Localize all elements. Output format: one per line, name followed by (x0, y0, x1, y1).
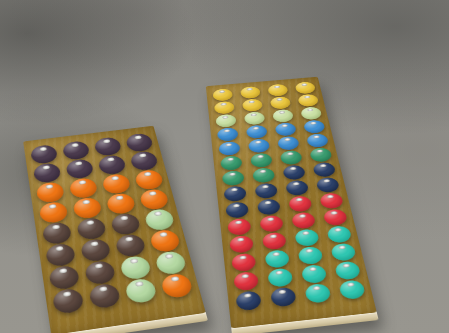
bead-pale-green[interactable] (300, 106, 322, 120)
bead-yellow[interactable] (294, 81, 316, 94)
bead-turquoise[interactable] (300, 264, 327, 284)
bead-red[interactable] (233, 271, 259, 291)
bead-navy-blue[interactable] (254, 183, 278, 200)
bead-dark-brown[interactable] (88, 282, 121, 309)
bead-mint-green[interactable] (119, 255, 152, 281)
bead-dark-purple[interactable] (97, 154, 127, 175)
bead-red[interactable] (322, 209, 348, 227)
bead-sea-green[interactable] (309, 147, 333, 162)
bead-dark-brown[interactable] (114, 233, 146, 258)
bead-dark-brown[interactable] (48, 264, 80, 290)
bead-turquoise[interactable] (330, 243, 357, 262)
bead-navy-blue[interactable] (312, 162, 336, 178)
bead-dark-purple[interactable] (65, 158, 94, 179)
bead-orange[interactable] (139, 188, 170, 211)
bead-blue[interactable] (303, 120, 326, 134)
right-board-grid (206, 80, 373, 312)
bead-blue[interactable] (277, 136, 300, 151)
bead-red[interactable] (229, 235, 254, 254)
bead-dark-purple[interactable] (129, 150, 159, 171)
bead-orange[interactable] (69, 177, 99, 199)
bead-turquoise[interactable] (294, 228, 320, 246)
bead-dark-purple[interactable] (125, 132, 154, 152)
bead-red[interactable] (288, 195, 313, 212)
bead-red[interactable] (227, 218, 251, 236)
bead-dark-brown[interactable] (110, 212, 141, 236)
bead-yellow[interactable] (240, 86, 261, 99)
bead-turquoise[interactable] (304, 283, 331, 304)
bead-turquoise[interactable] (334, 261, 361, 281)
bead-blue[interactable] (274, 122, 296, 136)
bead-yellow[interactable] (297, 94, 319, 107)
bead-red[interactable] (231, 253, 256, 272)
bead-turquoise[interactable] (297, 246, 323, 265)
bead-navy-blue[interactable] (235, 290, 262, 311)
bead-yellow[interactable] (267, 84, 288, 97)
bead-dark-brown[interactable] (84, 259, 117, 285)
bead-mint-green[interactable] (154, 250, 187, 276)
left-board (23, 126, 208, 333)
bead-dark-purple[interactable] (62, 140, 91, 161)
right-board (206, 77, 379, 333)
left-board-face (23, 126, 206, 333)
bead-orange[interactable] (36, 181, 65, 203)
right-board-face (206, 77, 377, 328)
bead-navy-blue[interactable] (315, 177, 340, 193)
bead-red[interactable] (259, 215, 284, 233)
bead-turquoise[interactable] (267, 268, 293, 288)
bead-red[interactable] (319, 192, 344, 209)
bead-yellow[interactable] (212, 88, 233, 101)
bead-pale-green[interactable] (215, 114, 236, 128)
bead-navy-blue[interactable] (282, 165, 306, 181)
bead-blue[interactable] (216, 127, 238, 142)
bead-red[interactable] (261, 232, 286, 251)
bead-orange[interactable] (149, 228, 182, 253)
bead-dark-brown[interactable] (42, 221, 73, 245)
bead-orange[interactable] (160, 272, 194, 299)
bead-turquoise[interactable] (326, 225, 352, 243)
bead-orange[interactable] (106, 192, 137, 215)
bead-yellow[interactable] (213, 101, 234, 115)
bead-blue[interactable] (245, 125, 267, 140)
bead-navy-blue[interactable] (256, 198, 280, 215)
bead-dark-brown[interactable] (45, 242, 76, 267)
bead-turquoise[interactable] (338, 279, 366, 300)
bead-mint-green[interactable] (124, 277, 158, 304)
bead-orange[interactable] (101, 173, 131, 195)
bead-yellow[interactable] (269, 96, 291, 110)
bead-blue[interactable] (306, 133, 329, 148)
bead-pale-green[interactable] (272, 109, 294, 123)
bead-sea-green[interactable] (221, 170, 244, 186)
bead-dark-brown[interactable] (80, 237, 112, 262)
bead-sea-green[interactable] (252, 167, 275, 183)
bead-turquoise[interactable] (264, 249, 290, 268)
bead-navy-blue[interactable] (225, 201, 249, 218)
bead-mint-green[interactable] (144, 208, 176, 232)
bead-navy-blue[interactable] (223, 185, 247, 202)
left-board-grid (24, 131, 201, 316)
bead-navy-blue[interactable] (269, 287, 296, 308)
bead-blue[interactable] (218, 141, 240, 156)
bead-pale-green[interactable] (243, 111, 265, 125)
bead-blue[interactable] (247, 138, 270, 153)
bead-red[interactable] (291, 212, 316, 230)
bead-dark-brown[interactable] (76, 216, 107, 240)
bead-dark-purple[interactable] (30, 144, 58, 165)
bead-sea-green[interactable] (220, 155, 243, 171)
bead-yellow[interactable] (241, 98, 262, 112)
bead-orange[interactable] (134, 169, 165, 191)
bead-navy-blue[interactable] (285, 180, 309, 197)
bead-dark-brown[interactable] (52, 287, 85, 314)
bead-dark-purple[interactable] (33, 162, 62, 184)
bead-orange[interactable] (39, 201, 69, 224)
bead-sea-green[interactable] (249, 153, 272, 169)
concrete-floor (0, 0, 449, 333)
bead-sea-green[interactable] (279, 150, 302, 165)
bead-dark-purple[interactable] (93, 136, 122, 156)
bead-orange[interactable] (72, 196, 102, 219)
